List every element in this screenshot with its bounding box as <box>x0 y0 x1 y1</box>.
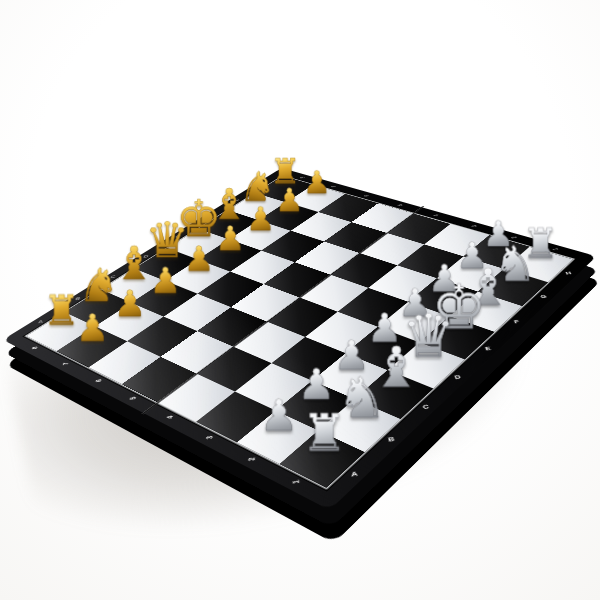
gold-pawn-piece: ♟ <box>74 310 111 347</box>
gold-pawn-piece: ♟ <box>214 222 247 255</box>
pawn-glyph-icon: ♟ <box>216 222 246 255</box>
product-photo: { "game": "chess", "scene_description": … <box>0 0 600 600</box>
gold-pawn-piece: ♟ <box>148 264 183 299</box>
pawn-glyph-icon: ♟ <box>76 310 109 347</box>
gold-pawn-piece: ♟ <box>301 167 332 198</box>
gold-pawn-piece: ♟ <box>245 203 277 235</box>
silver-pawn-piece: ♟ <box>296 364 338 406</box>
board-surface: ♜♞♝♛♚♝♞♜♟♟♟♟♟♟♟♟♟♟♟♟♟♟♟♟♜♞♝♛♚♝♞♜ <box>26 176 572 488</box>
gold-pawn-piece: ♟ <box>112 286 148 322</box>
pawn-glyph-icon: ♟ <box>184 242 215 276</box>
pawn-glyph-icon: ♟ <box>275 185 303 217</box>
gold-pawn-piece: ♟ <box>274 185 306 217</box>
perspective-wrapper: ABCDEFGH 87654321 ABCDEFGH 87654321 ♜♞♝♛… <box>0 0 600 600</box>
pawn-glyph-icon: ♟ <box>303 167 331 198</box>
chessboard: ABCDEFGH 87654321 ABCDEFGH 87654321 ♜♞♝♛… <box>3 168 597 510</box>
pawn-glyph-icon: ♟ <box>246 203 275 235</box>
rook-glyph-icon: ♜ <box>301 408 347 459</box>
pawn-glyph-icon: ♟ <box>150 264 181 299</box>
gold-pawn-piece: ♟ <box>182 242 216 276</box>
pawn-glyph-icon: ♟ <box>114 286 146 322</box>
pawn-glyph-icon: ♟ <box>298 364 335 406</box>
photo-scene: ABCDEFGH 87654321 ABCDEFGH 87654321 ♜♞♝♛… <box>0 0 600 600</box>
silver-pawn-piece: ♟ <box>258 394 301 437</box>
pawn-glyph-icon: ♟ <box>260 394 299 437</box>
silver-rook-piece: ♜ <box>299 408 350 459</box>
